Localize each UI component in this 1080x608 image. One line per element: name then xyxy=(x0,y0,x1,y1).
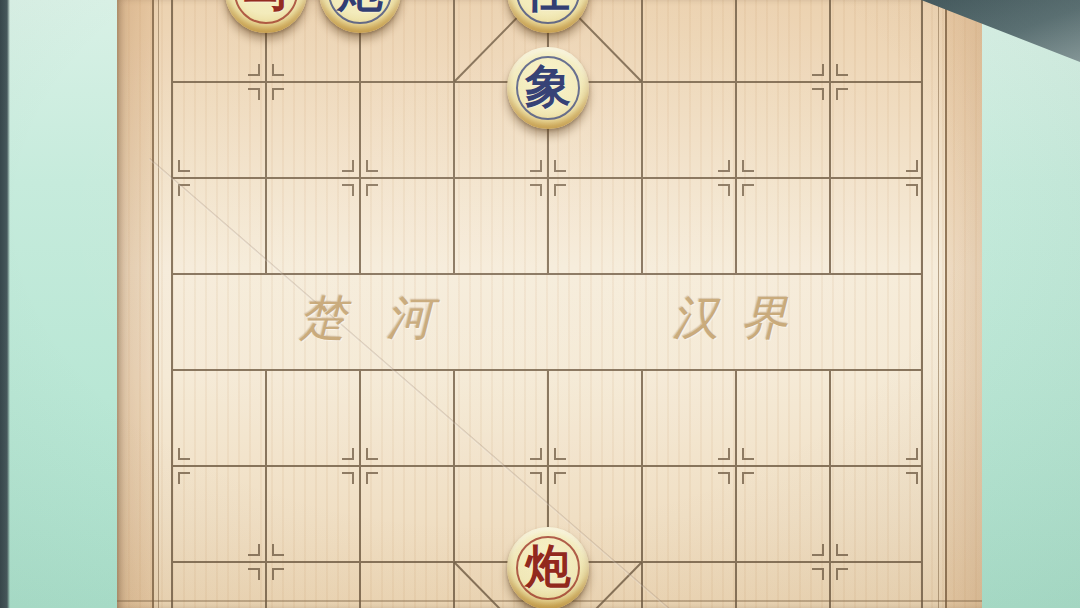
star-mark xyxy=(178,448,190,460)
star-mark xyxy=(248,568,260,580)
piece-character: 炮 xyxy=(337,0,383,13)
star-mark xyxy=(906,184,918,196)
star-mark xyxy=(554,448,566,460)
star-mark xyxy=(836,568,848,580)
star-mark xyxy=(342,472,354,484)
star-mark xyxy=(554,472,566,484)
star-mark xyxy=(718,160,730,172)
star-mark xyxy=(554,160,566,172)
star-mark xyxy=(812,544,824,556)
star-mark xyxy=(366,472,378,484)
star-mark xyxy=(812,568,824,580)
star-mark xyxy=(718,184,730,196)
board-right-margin xyxy=(945,0,982,608)
red-cannon[interactable]: 炮 xyxy=(507,527,589,608)
star-mark xyxy=(836,64,848,76)
board-cell[interactable] xyxy=(829,273,923,369)
star-mark xyxy=(742,472,754,484)
star-mark xyxy=(906,160,918,172)
star-mark xyxy=(554,184,566,196)
star-mark xyxy=(906,472,918,484)
piece-character: 马 xyxy=(243,0,289,13)
piece-character: 象 xyxy=(525,63,571,109)
star-mark xyxy=(248,88,260,100)
star-mark xyxy=(718,472,730,484)
star-mark xyxy=(366,160,378,172)
board-cell[interactable] xyxy=(641,0,735,81)
river-label-han-jie: 汉界 xyxy=(672,294,810,341)
star-mark xyxy=(812,64,824,76)
piece-character: 仕 xyxy=(525,0,571,13)
star-mark xyxy=(272,64,284,76)
river-label-chu-he: 楚河 xyxy=(299,294,473,341)
star-mark xyxy=(366,448,378,460)
star-mark xyxy=(742,160,754,172)
star-mark xyxy=(530,184,542,196)
star-mark xyxy=(718,448,730,460)
star-mark xyxy=(530,448,542,460)
star-mark xyxy=(836,544,848,556)
star-mark xyxy=(178,472,190,484)
star-mark xyxy=(178,160,190,172)
board-cell[interactable] xyxy=(171,273,265,369)
black-elephant[interactable]: 象 xyxy=(507,47,589,129)
board-left-margin xyxy=(117,0,152,608)
star-mark xyxy=(742,448,754,460)
star-mark xyxy=(742,184,754,196)
star-mark xyxy=(248,64,260,76)
star-mark xyxy=(342,184,354,196)
star-mark xyxy=(342,448,354,460)
star-mark xyxy=(272,568,284,580)
star-mark xyxy=(906,448,918,460)
star-mark xyxy=(530,472,542,484)
screen-bezel-left xyxy=(0,0,10,608)
piece-character: 炮 xyxy=(525,543,571,589)
star-mark xyxy=(272,544,284,556)
board-cell[interactable] xyxy=(547,273,641,369)
star-mark xyxy=(812,88,824,100)
star-mark xyxy=(248,544,260,556)
star-mark xyxy=(836,88,848,100)
photo-frame: 楚河 汉界 马炮仕象炮 xyxy=(0,0,1080,608)
star-mark xyxy=(342,160,354,172)
star-mark xyxy=(530,160,542,172)
star-mark xyxy=(366,184,378,196)
star-mark xyxy=(272,88,284,100)
